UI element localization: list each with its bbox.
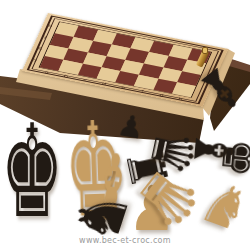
white-knight-lying: ♞ bbox=[193, 171, 250, 242]
brass-hinge-icon bbox=[202, 47, 208, 54]
black-king-standing: ♚ bbox=[0, 108, 63, 236]
chess-pieces: ♚♚♝♞♟♜♛♝♛♞♟♝♚ bbox=[0, 0, 250, 250]
black-pawn-head: ♟ bbox=[115, 110, 147, 144]
watermark-url: www.bec-et-croc.com bbox=[79, 236, 171, 245]
black-king-lying-edge: ♚ bbox=[214, 137, 250, 180]
product-photo: abcdefgh 8765 ♚♚♝♞♟♜♛♝♛♞♟♝♚ www.bec-et-c… bbox=[0, 0, 250, 250]
